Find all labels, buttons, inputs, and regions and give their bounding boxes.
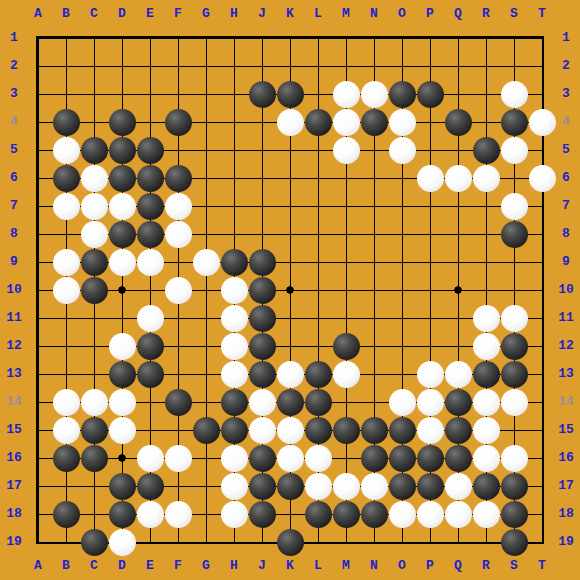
intersection-E1[interactable] (136, 24, 164, 52)
intersection-T6[interactable] (528, 164, 556, 192)
intersection-B1[interactable] (52, 24, 80, 52)
intersection-S13[interactable] (500, 360, 528, 388)
intersection-S5[interactable] (500, 136, 528, 164)
intersection-G6[interactable] (192, 164, 220, 192)
intersection-H2[interactable] (220, 52, 248, 80)
intersection-L13[interactable] (304, 360, 332, 388)
intersection-E8[interactable] (136, 220, 164, 248)
intersection-N17[interactable] (360, 472, 388, 500)
intersection-R3[interactable] (472, 80, 500, 108)
intersection-J17[interactable] (248, 472, 276, 500)
intersection-P19[interactable] (416, 528, 444, 556)
intersection-B10[interactable] (52, 276, 80, 304)
intersection-H16[interactable] (220, 444, 248, 472)
intersection-Q1[interactable] (444, 24, 472, 52)
intersection-S7[interactable] (500, 192, 528, 220)
intersection-E12[interactable] (136, 332, 164, 360)
intersection-T16[interactable] (528, 444, 556, 472)
intersection-O6[interactable] (388, 164, 416, 192)
intersection-S10[interactable] (500, 276, 528, 304)
intersection-R7[interactable] (472, 192, 500, 220)
intersection-T14[interactable] (528, 388, 556, 416)
intersection-B5[interactable] (52, 136, 80, 164)
intersection-H8[interactable] (220, 220, 248, 248)
intersection-G2[interactable] (192, 52, 220, 80)
intersection-D19[interactable] (108, 528, 136, 556)
intersection-J13[interactable] (248, 360, 276, 388)
intersection-L18[interactable] (304, 500, 332, 528)
intersection-L1[interactable] (304, 24, 332, 52)
intersection-M6[interactable] (332, 164, 360, 192)
intersection-R1[interactable] (472, 24, 500, 52)
intersection-M1[interactable] (332, 24, 360, 52)
intersection-S4[interactable] (500, 108, 528, 136)
intersection-F19[interactable] (164, 528, 192, 556)
intersection-C16[interactable] (80, 444, 108, 472)
intersection-J3[interactable] (248, 80, 276, 108)
intersection-A16[interactable] (24, 444, 52, 472)
intersection-T11[interactable] (528, 304, 556, 332)
intersection-E14[interactable] (136, 388, 164, 416)
intersection-O14[interactable] (388, 388, 416, 416)
intersection-H15[interactable] (220, 416, 248, 444)
intersection-Q14[interactable] (444, 388, 472, 416)
intersection-L16[interactable] (304, 444, 332, 472)
intersection-F7[interactable] (164, 192, 192, 220)
intersection-G3[interactable] (192, 80, 220, 108)
intersection-S9[interactable] (500, 248, 528, 276)
intersection-H5[interactable] (220, 136, 248, 164)
intersection-O13[interactable] (388, 360, 416, 388)
intersection-B15[interactable] (52, 416, 80, 444)
intersection-F14[interactable] (164, 388, 192, 416)
intersection-B18[interactable] (52, 500, 80, 528)
intersection-E10[interactable] (136, 276, 164, 304)
intersection-N10[interactable] (360, 276, 388, 304)
intersection-F9[interactable] (164, 248, 192, 276)
intersection-D3[interactable] (108, 80, 136, 108)
intersection-R9[interactable] (472, 248, 500, 276)
intersection-D1[interactable] (108, 24, 136, 52)
intersection-K19[interactable] (276, 528, 304, 556)
intersection-F3[interactable] (164, 80, 192, 108)
intersection-H4[interactable] (220, 108, 248, 136)
intersection-D17[interactable] (108, 472, 136, 500)
intersection-R18[interactable] (472, 500, 500, 528)
intersection-D18[interactable] (108, 500, 136, 528)
intersection-J7[interactable] (248, 192, 276, 220)
intersection-B19[interactable] (52, 528, 80, 556)
intersection-B12[interactable] (52, 332, 80, 360)
intersection-O18[interactable] (388, 500, 416, 528)
intersection-S19[interactable] (500, 528, 528, 556)
intersection-G16[interactable] (192, 444, 220, 472)
intersection-E4[interactable] (136, 108, 164, 136)
intersection-F17[interactable] (164, 472, 192, 500)
intersection-A9[interactable] (24, 248, 52, 276)
intersection-Q19[interactable] (444, 528, 472, 556)
intersection-H13[interactable] (220, 360, 248, 388)
intersection-J1[interactable] (248, 24, 276, 52)
intersection-K18[interactable] (276, 500, 304, 528)
intersection-D15[interactable] (108, 416, 136, 444)
intersection-J9[interactable] (248, 248, 276, 276)
intersection-A2[interactable] (24, 52, 52, 80)
intersection-A19[interactable] (24, 528, 52, 556)
intersection-O4[interactable] (388, 108, 416, 136)
intersection-R15[interactable] (472, 416, 500, 444)
intersection-Q3[interactable] (444, 80, 472, 108)
intersection-N18[interactable] (360, 500, 388, 528)
intersection-R16[interactable] (472, 444, 500, 472)
intersection-H17[interactable] (220, 472, 248, 500)
intersection-M11[interactable] (332, 304, 360, 332)
intersection-A15[interactable] (24, 416, 52, 444)
intersection-B9[interactable] (52, 248, 80, 276)
intersection-G8[interactable] (192, 220, 220, 248)
intersection-O8[interactable] (388, 220, 416, 248)
intersection-S17[interactable] (500, 472, 528, 500)
intersection-H3[interactable] (220, 80, 248, 108)
intersection-R17[interactable] (472, 472, 500, 500)
intersection-O2[interactable] (388, 52, 416, 80)
intersection-L11[interactable] (304, 304, 332, 332)
intersection-N19[interactable] (360, 528, 388, 556)
intersection-J16[interactable] (248, 444, 276, 472)
intersection-B3[interactable] (52, 80, 80, 108)
intersection-H18[interactable] (220, 500, 248, 528)
intersection-N6[interactable] (360, 164, 388, 192)
intersection-K13[interactable] (276, 360, 304, 388)
intersection-E16[interactable] (136, 444, 164, 472)
intersection-R5[interactable] (472, 136, 500, 164)
intersection-D8[interactable] (108, 220, 136, 248)
intersection-Q2[interactable] (444, 52, 472, 80)
intersection-S18[interactable] (500, 500, 528, 528)
intersection-G13[interactable] (192, 360, 220, 388)
intersection-S2[interactable] (500, 52, 528, 80)
intersection-P14[interactable] (416, 388, 444, 416)
intersection-Q15[interactable] (444, 416, 472, 444)
intersection-R4[interactable] (472, 108, 500, 136)
intersection-P5[interactable] (416, 136, 444, 164)
intersection-K11[interactable] (276, 304, 304, 332)
intersection-N15[interactable] (360, 416, 388, 444)
intersection-K16[interactable] (276, 444, 304, 472)
intersection-N7[interactable] (360, 192, 388, 220)
intersection-T1[interactable] (528, 24, 556, 52)
intersection-Q8[interactable] (444, 220, 472, 248)
intersection-Q18[interactable] (444, 500, 472, 528)
intersection-M9[interactable] (332, 248, 360, 276)
intersection-H12[interactable] (220, 332, 248, 360)
intersection-S15[interactable] (500, 416, 528, 444)
intersection-F11[interactable] (164, 304, 192, 332)
intersection-R2[interactable] (472, 52, 500, 80)
intersection-O1[interactable] (388, 24, 416, 52)
intersection-H7[interactable] (220, 192, 248, 220)
intersection-G9[interactable] (192, 248, 220, 276)
intersection-Q5[interactable] (444, 136, 472, 164)
intersection-O11[interactable] (388, 304, 416, 332)
intersection-G15[interactable] (192, 416, 220, 444)
intersection-L19[interactable] (304, 528, 332, 556)
intersection-K8[interactable] (276, 220, 304, 248)
intersection-L2[interactable] (304, 52, 332, 80)
intersection-M4[interactable] (332, 108, 360, 136)
intersection-L7[interactable] (304, 192, 332, 220)
intersection-L12[interactable] (304, 332, 332, 360)
intersection-N16[interactable] (360, 444, 388, 472)
intersection-K7[interactable] (276, 192, 304, 220)
intersection-C8[interactable] (80, 220, 108, 248)
intersection-S12[interactable] (500, 332, 528, 360)
intersection-T2[interactable] (528, 52, 556, 80)
intersection-K9[interactable] (276, 248, 304, 276)
intersection-T12[interactable] (528, 332, 556, 360)
intersection-A17[interactable] (24, 472, 52, 500)
intersection-E11[interactable] (136, 304, 164, 332)
intersection-E6[interactable] (136, 164, 164, 192)
intersection-O7[interactable] (388, 192, 416, 220)
intersection-R8[interactable] (472, 220, 500, 248)
intersection-A4[interactable] (24, 108, 52, 136)
intersection-J5[interactable] (248, 136, 276, 164)
intersection-T3[interactable] (528, 80, 556, 108)
intersection-M10[interactable] (332, 276, 360, 304)
intersection-J8[interactable] (248, 220, 276, 248)
intersection-G1[interactable] (192, 24, 220, 52)
intersection-D7[interactable] (108, 192, 136, 220)
intersection-A10[interactable] (24, 276, 52, 304)
intersection-T13[interactable] (528, 360, 556, 388)
intersection-F2[interactable] (164, 52, 192, 80)
intersection-G18[interactable] (192, 500, 220, 528)
intersection-G12[interactable] (192, 332, 220, 360)
intersection-E9[interactable] (136, 248, 164, 276)
intersection-M8[interactable] (332, 220, 360, 248)
intersection-H10[interactable] (220, 276, 248, 304)
intersection-L9[interactable] (304, 248, 332, 276)
intersection-A18[interactable] (24, 500, 52, 528)
intersection-L8[interactable] (304, 220, 332, 248)
intersection-P10[interactable] (416, 276, 444, 304)
intersection-A7[interactable] (24, 192, 52, 220)
intersection-G4[interactable] (192, 108, 220, 136)
intersection-N11[interactable] (360, 304, 388, 332)
intersection-O19[interactable] (388, 528, 416, 556)
intersection-P9[interactable] (416, 248, 444, 276)
intersection-E15[interactable] (136, 416, 164, 444)
intersection-P17[interactable] (416, 472, 444, 500)
intersection-M14[interactable] (332, 388, 360, 416)
intersection-C2[interactable] (80, 52, 108, 80)
intersection-Q16[interactable] (444, 444, 472, 472)
intersection-D12[interactable] (108, 332, 136, 360)
intersection-B16[interactable] (52, 444, 80, 472)
intersection-O10[interactable] (388, 276, 416, 304)
intersection-F6[interactable] (164, 164, 192, 192)
intersection-C19[interactable] (80, 528, 108, 556)
intersection-Q12[interactable] (444, 332, 472, 360)
intersection-M3[interactable] (332, 80, 360, 108)
intersection-T9[interactable] (528, 248, 556, 276)
intersection-Q4[interactable] (444, 108, 472, 136)
intersection-F18[interactable] (164, 500, 192, 528)
intersection-A1[interactable] (24, 24, 52, 52)
intersection-A5[interactable] (24, 136, 52, 164)
intersection-B4[interactable] (52, 108, 80, 136)
intersection-E3[interactable] (136, 80, 164, 108)
intersection-J19[interactable] (248, 528, 276, 556)
intersection-D13[interactable] (108, 360, 136, 388)
intersection-F15[interactable] (164, 416, 192, 444)
intersection-B8[interactable] (52, 220, 80, 248)
intersection-F13[interactable] (164, 360, 192, 388)
intersection-K4[interactable] (276, 108, 304, 136)
intersection-E2[interactable] (136, 52, 164, 80)
intersection-L3[interactable] (304, 80, 332, 108)
intersection-C15[interactable] (80, 416, 108, 444)
intersection-D16[interactable] (108, 444, 136, 472)
intersection-T4[interactable] (528, 108, 556, 136)
intersection-R14[interactable] (472, 388, 500, 416)
intersection-C4[interactable] (80, 108, 108, 136)
intersection-L14[interactable] (304, 388, 332, 416)
intersection-P13[interactable] (416, 360, 444, 388)
intersection-F5[interactable] (164, 136, 192, 164)
intersection-A3[interactable] (24, 80, 52, 108)
intersection-K14[interactable] (276, 388, 304, 416)
intersection-F4[interactable] (164, 108, 192, 136)
intersection-H6[interactable] (220, 164, 248, 192)
intersection-E18[interactable] (136, 500, 164, 528)
intersection-F10[interactable] (164, 276, 192, 304)
intersection-R6[interactable] (472, 164, 500, 192)
intersection-O16[interactable] (388, 444, 416, 472)
intersection-R12[interactable] (472, 332, 500, 360)
intersection-T17[interactable] (528, 472, 556, 500)
intersection-E19[interactable] (136, 528, 164, 556)
intersection-H9[interactable] (220, 248, 248, 276)
intersection-G11[interactable] (192, 304, 220, 332)
intersection-A6[interactable] (24, 164, 52, 192)
intersection-S14[interactable] (500, 388, 528, 416)
intersection-M15[interactable] (332, 416, 360, 444)
intersection-A8[interactable] (24, 220, 52, 248)
intersection-G7[interactable] (192, 192, 220, 220)
intersection-C7[interactable] (80, 192, 108, 220)
intersection-N5[interactable] (360, 136, 388, 164)
intersection-B6[interactable] (52, 164, 80, 192)
intersection-K6[interactable] (276, 164, 304, 192)
intersection-P4[interactable] (416, 108, 444, 136)
intersection-B11[interactable] (52, 304, 80, 332)
intersection-P1[interactable] (416, 24, 444, 52)
intersection-D14[interactable] (108, 388, 136, 416)
intersection-F8[interactable] (164, 220, 192, 248)
intersection-K3[interactable] (276, 80, 304, 108)
intersection-N8[interactable] (360, 220, 388, 248)
intersection-J11[interactable] (248, 304, 276, 332)
intersection-D4[interactable] (108, 108, 136, 136)
intersection-T19[interactable] (528, 528, 556, 556)
intersection-Q9[interactable] (444, 248, 472, 276)
intersection-A11[interactable] (24, 304, 52, 332)
intersection-T10[interactable] (528, 276, 556, 304)
intersection-C6[interactable] (80, 164, 108, 192)
intersection-B17[interactable] (52, 472, 80, 500)
intersection-J15[interactable] (248, 416, 276, 444)
intersection-F1[interactable] (164, 24, 192, 52)
intersection-D10[interactable] (108, 276, 136, 304)
intersection-J18[interactable] (248, 500, 276, 528)
intersection-C11[interactable] (80, 304, 108, 332)
intersection-S11[interactable] (500, 304, 528, 332)
intersection-T18[interactable] (528, 500, 556, 528)
intersection-M12[interactable] (332, 332, 360, 360)
intersection-R13[interactable] (472, 360, 500, 388)
intersection-P15[interactable] (416, 416, 444, 444)
intersection-K15[interactable] (276, 416, 304, 444)
intersection-N14[interactable] (360, 388, 388, 416)
intersection-R10[interactable] (472, 276, 500, 304)
intersection-L15[interactable] (304, 416, 332, 444)
intersection-C17[interactable] (80, 472, 108, 500)
intersection-M16[interactable] (332, 444, 360, 472)
intersection-D6[interactable] (108, 164, 136, 192)
intersection-O3[interactable] (388, 80, 416, 108)
intersection-C3[interactable] (80, 80, 108, 108)
intersection-M2[interactable] (332, 52, 360, 80)
intersection-C14[interactable] (80, 388, 108, 416)
intersection-M13[interactable] (332, 360, 360, 388)
intersection-J4[interactable] (248, 108, 276, 136)
intersection-Q13[interactable] (444, 360, 472, 388)
intersection-B7[interactable] (52, 192, 80, 220)
intersection-T15[interactable] (528, 416, 556, 444)
intersection-E13[interactable] (136, 360, 164, 388)
intersection-K2[interactable] (276, 52, 304, 80)
intersection-D11[interactable] (108, 304, 136, 332)
intersection-D9[interactable] (108, 248, 136, 276)
intersection-N9[interactable] (360, 248, 388, 276)
intersection-N3[interactable] (360, 80, 388, 108)
intersection-G17[interactable] (192, 472, 220, 500)
intersection-K10[interactable] (276, 276, 304, 304)
intersection-N2[interactable] (360, 52, 388, 80)
intersection-C13[interactable] (80, 360, 108, 388)
intersection-P2[interactable] (416, 52, 444, 80)
intersection-D2[interactable] (108, 52, 136, 80)
intersection-P16[interactable] (416, 444, 444, 472)
intersection-T7[interactable] (528, 192, 556, 220)
intersection-P11[interactable] (416, 304, 444, 332)
intersection-P8[interactable] (416, 220, 444, 248)
intersection-E17[interactable] (136, 472, 164, 500)
intersection-B2[interactable] (52, 52, 80, 80)
intersection-S8[interactable] (500, 220, 528, 248)
intersection-A14[interactable] (24, 388, 52, 416)
intersection-Q17[interactable] (444, 472, 472, 500)
intersection-C12[interactable] (80, 332, 108, 360)
intersection-N12[interactable] (360, 332, 388, 360)
intersection-L6[interactable] (304, 164, 332, 192)
intersection-F12[interactable] (164, 332, 192, 360)
intersection-L5[interactable] (304, 136, 332, 164)
intersection-M18[interactable] (332, 500, 360, 528)
intersection-B13[interactable] (52, 360, 80, 388)
